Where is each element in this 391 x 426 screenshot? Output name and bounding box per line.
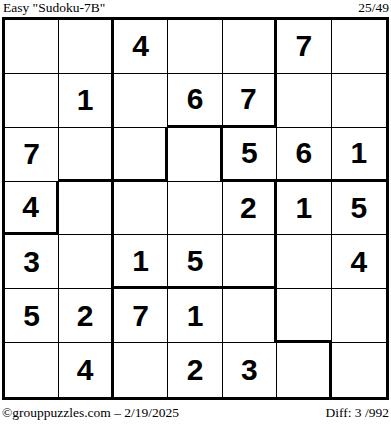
cell-r5c3: 1 (114, 235, 168, 289)
cell-r1c1 (5, 20, 59, 74)
cell-r6c4: 1 (168, 289, 222, 343)
sudoku-grid: 471677561421531545271423 (2, 17, 389, 400)
cell-r2c4: 6 (168, 74, 222, 128)
cell-r6c3: 7 (114, 289, 168, 343)
cell-r4c2 (59, 182, 113, 236)
cell-r3c3 (114, 128, 168, 182)
cell-r7c7 (332, 343, 386, 397)
cell-r7c1 (5, 343, 59, 397)
cell-r2c5: 7 (223, 74, 277, 128)
cell-r7c5: 3 (223, 343, 277, 397)
cell-r4c4 (168, 182, 222, 236)
cell-r2c7 (332, 74, 386, 128)
cell-r2c3 (114, 74, 168, 128)
cell-r5c7: 4 (332, 235, 386, 289)
difficulty-text: Diff: 3 /992 (326, 405, 390, 421)
cell-r3c4 (168, 128, 222, 182)
cell-r5c2 (59, 235, 113, 289)
cell-r7c2: 4 (59, 343, 113, 397)
cell-r1c2 (59, 20, 113, 74)
cell-r2c6 (277, 74, 331, 128)
cell-r6c6 (277, 289, 331, 343)
cell-r3c2 (59, 128, 113, 182)
cell-r6c5 (223, 289, 277, 343)
cell-r6c1: 5 (5, 289, 59, 343)
cell-r1c4 (168, 20, 222, 74)
cell-r4c5: 2 (223, 182, 277, 236)
copyright-text: ©grouppuzzles.com – 2/19/2025 (2, 405, 179, 421)
cell-r5c6 (277, 235, 331, 289)
cell-r6c7 (332, 289, 386, 343)
cell-r1c6: 7 (277, 20, 331, 74)
cell-r1c5 (223, 20, 277, 74)
cell-r4c7: 5 (332, 182, 386, 236)
cell-r4c1: 4 (5, 182, 59, 236)
cell-r4c6: 1 (277, 182, 331, 236)
cell-r3c6: 6 (277, 128, 331, 182)
puzzle-title: Easy "Sudoku-7B" (3, 0, 105, 16)
cell-r1c7 (332, 20, 386, 74)
cell-r1c3: 4 (114, 20, 168, 74)
cell-r7c6 (277, 343, 331, 397)
cell-r5c4: 5 (168, 235, 222, 289)
cell-r7c4: 2 (168, 343, 222, 397)
cell-r5c5 (223, 235, 277, 289)
page-number: 25/49 (358, 0, 389, 16)
cell-r2c2: 1 (59, 74, 113, 128)
cell-r3c5: 5 (223, 128, 277, 182)
cell-r6c2: 2 (59, 289, 113, 343)
cell-r3c7: 1 (332, 128, 386, 182)
cell-r7c3 (114, 343, 168, 397)
cell-r3c1: 7 (5, 128, 59, 182)
cell-r4c3 (114, 182, 168, 236)
cell-r2c1 (5, 74, 59, 128)
cell-r5c1: 3 (5, 235, 59, 289)
